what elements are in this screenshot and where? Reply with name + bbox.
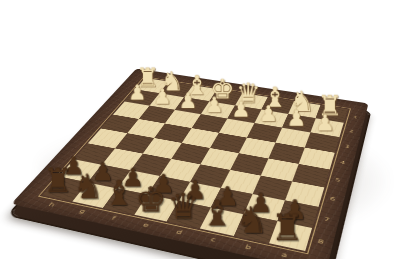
file-label-f: f [96, 212, 131, 224]
square-e3[interactable] [192, 114, 228, 133]
white-rook: ♜ [317, 92, 342, 120]
square-b3[interactable] [276, 128, 311, 148]
file-label-a: a [265, 248, 304, 259]
square-b2[interactable]: ♟ [282, 114, 316, 133]
rank-label-2: 2 [347, 124, 355, 139]
square-c6[interactable] [221, 170, 261, 194]
file-label-h: h [35, 199, 69, 210]
rank-label-7: 7 [321, 209, 332, 231]
square-g5[interactable] [115, 133, 154, 153]
product-photo-scene: ♜♞♝♚♛♝♞♜♟♟♟♟♟♟♟♟♟♟♟♟♟♟♟♟♜♞♝♚♛♝♞♜ hgfedcb… [0, 0, 420, 259]
square-d5[interactable] [200, 148, 238, 170]
rank-label-3: 3 [343, 139, 352, 155]
rank-label-4: 4 [338, 154, 347, 172]
white-rook: ♜ [136, 65, 159, 91]
file-label-g: g [65, 206, 100, 218]
square-d7[interactable]: ♟ [179, 182, 221, 208]
file-label-e: e [128, 219, 164, 231]
square-c4[interactable] [239, 138, 276, 159]
file-label-d: d [161, 226, 197, 239]
file-label-b: b [229, 241, 267, 254]
square-g4[interactable] [127, 119, 165, 138]
rank-label-8: 8 [315, 230, 327, 254]
file-label-c: c [195, 233, 232, 246]
rank-label-6: 6 [327, 189, 337, 210]
white-knight: ♞ [290, 88, 315, 116]
rank-label-5: 5 [333, 171, 343, 190]
rank-label-1: 1 [351, 110, 359, 124]
square-d4[interactable] [210, 133, 247, 153]
white-bishop: ♝ [263, 84, 288, 111]
